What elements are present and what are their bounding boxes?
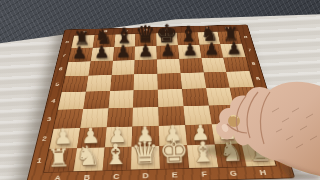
pinched-piece-head [228,115,240,127]
chess-photo-scene: ABCDEFGH ABCDEFGH 87654321 87654321 ♜♞♝♛… [0,0,320,180]
player-hand [0,0,320,180]
